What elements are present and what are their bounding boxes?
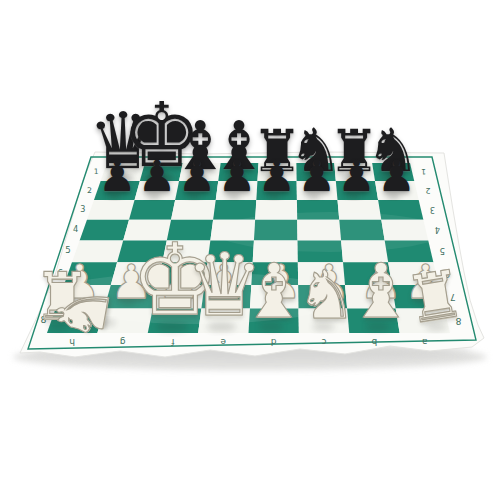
rank-label-right-4: 4 xyxy=(435,225,440,235)
square-g5 xyxy=(117,241,167,263)
rank-label-right-6: 6 xyxy=(444,269,450,279)
rank-label-right-3: 3 xyxy=(430,205,435,215)
file-label-c: c xyxy=(322,337,327,347)
rank-label-left-3: 3 xyxy=(80,204,85,214)
square-b6 xyxy=(343,262,392,285)
rank-label-left-2: 2 xyxy=(87,186,92,195)
rank-label-right-5: 5 xyxy=(440,246,445,256)
rank-label-right-8: 8 xyxy=(456,316,462,327)
file-label-d: d xyxy=(271,337,277,347)
rank-label-right-7: 7 xyxy=(450,292,456,302)
square-b7 xyxy=(345,285,396,309)
rank-label-left-4: 4 xyxy=(73,224,78,234)
rank-label-right-2: 2 xyxy=(425,186,430,195)
file-label-g: g xyxy=(120,337,126,347)
file-label-b: b xyxy=(371,337,377,347)
rank-label-right-1: 1 xyxy=(421,167,426,176)
rank-label-left-1: 1 xyxy=(94,167,99,176)
square-g4 xyxy=(123,220,171,241)
square-f4 xyxy=(167,220,213,241)
square-f5 xyxy=(162,241,210,263)
chess-mat: 1122334455667788hgfedcba xyxy=(0,0,500,500)
square-f3 xyxy=(171,200,216,220)
file-label-h: h xyxy=(69,337,75,347)
square-e3 xyxy=(213,200,256,220)
rank-label-left-7: 7 xyxy=(49,291,55,301)
file-label-e: e xyxy=(220,337,226,347)
square-g3 xyxy=(129,200,175,220)
rank-label-left-8: 8 xyxy=(41,314,47,325)
rank-label-left-6: 6 xyxy=(57,268,63,278)
product-photo: 1122334455667788hgfedcba ♛♚♝♝♜♞♜♞♟♟♟♟♟♟♟… xyxy=(0,0,500,500)
square-a7 xyxy=(392,285,444,309)
file-label-a: a xyxy=(422,337,428,347)
square-h5 xyxy=(72,241,123,263)
square-a6 xyxy=(388,262,439,285)
rank-label-left-5: 5 xyxy=(65,245,70,255)
square-h3 xyxy=(87,200,135,220)
square-h4 xyxy=(80,220,129,241)
